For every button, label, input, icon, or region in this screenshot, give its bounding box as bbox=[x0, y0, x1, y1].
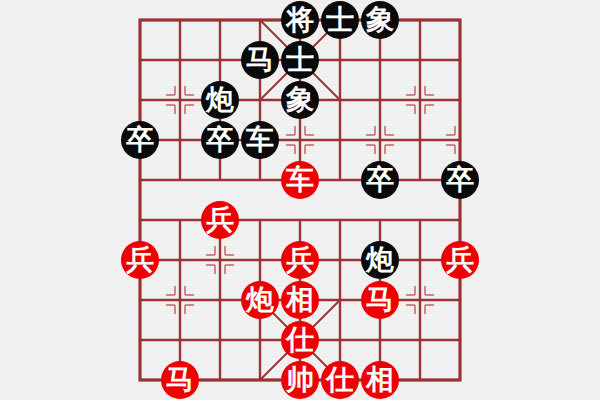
board-point[interactable] bbox=[320, 320, 360, 360]
piece-black-cannon[interactable]: 炮 bbox=[361, 241, 399, 279]
piece-red-soldier[interactable]: 兵 bbox=[121, 241, 159, 279]
board-point[interactable]: 炮 bbox=[200, 80, 240, 120]
board-point[interactable] bbox=[400, 80, 440, 120]
board-point[interactable]: 士 bbox=[320, 0, 360, 40]
piece-black-horse[interactable]: 马 bbox=[241, 41, 279, 79]
board-point[interactable] bbox=[200, 360, 240, 400]
board-point[interactable] bbox=[120, 80, 160, 120]
board-point[interactable] bbox=[400, 360, 440, 400]
board-point[interactable]: 马 bbox=[360, 280, 400, 320]
board-point[interactable]: 仕 bbox=[320, 360, 360, 400]
board-point[interactable] bbox=[200, 240, 240, 280]
board-point[interactable] bbox=[320, 80, 360, 120]
board-point[interactable] bbox=[320, 280, 360, 320]
board-point[interactable] bbox=[160, 0, 200, 40]
board-point[interactable] bbox=[400, 320, 440, 360]
board-point[interactable] bbox=[400, 240, 440, 280]
board-point[interactable] bbox=[400, 160, 440, 200]
board-point[interactable]: 卒 bbox=[360, 160, 400, 200]
board-point[interactable] bbox=[440, 360, 480, 400]
board-point[interactable]: 兵 bbox=[200, 200, 240, 240]
piece-red-horse[interactable]: 马 bbox=[161, 361, 199, 399]
board-point[interactable] bbox=[320, 120, 360, 160]
board-point[interactable] bbox=[400, 280, 440, 320]
xiangqi-screenshot: 将士象马士炮象卒卒车车卒卒兵兵兵炮兵炮相马仕马帅仕相 bbox=[0, 0, 600, 400]
board-point[interactable] bbox=[360, 40, 400, 80]
board-point[interactable]: 相 bbox=[360, 360, 400, 400]
board-point[interactable] bbox=[120, 280, 160, 320]
board-point[interactable] bbox=[200, 320, 240, 360]
board-point[interactable] bbox=[160, 80, 200, 120]
board-point[interactable]: 象 bbox=[360, 0, 400, 40]
board-point[interactable] bbox=[120, 0, 160, 40]
board-point[interactable] bbox=[440, 40, 480, 80]
board-point[interactable] bbox=[440, 120, 480, 160]
piece-red-general[interactable]: 帅 bbox=[281, 361, 319, 399]
board-point[interactable]: 车 bbox=[240, 120, 280, 160]
board-point[interactable] bbox=[200, 160, 240, 200]
board-point[interactable] bbox=[160, 120, 200, 160]
board-point[interactable]: 兵 bbox=[280, 240, 320, 280]
board-point[interactable] bbox=[440, 0, 480, 40]
piece-red-horse[interactable]: 马 bbox=[361, 281, 399, 319]
piece-red-advisor[interactable]: 仕 bbox=[281, 321, 319, 359]
piece-black-elephant[interactable]: 象 bbox=[361, 1, 399, 39]
board-point[interactable] bbox=[440, 320, 480, 360]
board-point[interactable]: 象 bbox=[280, 80, 320, 120]
board-point[interactable] bbox=[360, 200, 400, 240]
board-point[interactable] bbox=[240, 80, 280, 120]
board-point[interactable] bbox=[440, 80, 480, 120]
board-point[interactable] bbox=[280, 200, 320, 240]
board-point[interactable]: 炮 bbox=[360, 240, 400, 280]
board-point[interactable]: 马 bbox=[160, 360, 200, 400]
board-point[interactable] bbox=[400, 120, 440, 160]
piece-black-soldier[interactable]: 卒 bbox=[201, 121, 239, 159]
board-point[interactable]: 炮 bbox=[240, 280, 280, 320]
board-point[interactable] bbox=[160, 200, 200, 240]
board-point[interactable] bbox=[280, 120, 320, 160]
board-point[interactable]: 车 bbox=[280, 160, 320, 200]
board-point[interactable]: 卒 bbox=[440, 160, 480, 200]
board-point[interactable]: 兵 bbox=[120, 240, 160, 280]
board-point[interactable] bbox=[200, 280, 240, 320]
board-point[interactable] bbox=[200, 0, 240, 40]
board-point[interactable]: 兵 bbox=[440, 240, 480, 280]
board-point[interactable] bbox=[400, 40, 440, 80]
board-point[interactable]: 士 bbox=[280, 40, 320, 80]
board-point[interactable]: 卒 bbox=[200, 120, 240, 160]
board-point[interactable]: 帅 bbox=[280, 360, 320, 400]
board-point[interactable]: 卒 bbox=[120, 120, 160, 160]
board-point[interactable] bbox=[240, 200, 280, 240]
board-point[interactable]: 马 bbox=[240, 40, 280, 80]
piece-red-elephant[interactable]: 相 bbox=[361, 361, 399, 399]
board-point[interactable] bbox=[240, 320, 280, 360]
board-point[interactable] bbox=[120, 160, 160, 200]
piece-black-advisor[interactable]: 士 bbox=[281, 41, 319, 79]
piece-black-general[interactable]: 将 bbox=[281, 1, 319, 39]
board-point[interactable] bbox=[320, 40, 360, 80]
board-point[interactable] bbox=[240, 0, 280, 40]
board-point[interactable]: 相 bbox=[280, 280, 320, 320]
piece-red-soldier[interactable]: 兵 bbox=[201, 201, 239, 239]
piece-red-soldier[interactable]: 兵 bbox=[441, 241, 479, 279]
piece-black-elephant[interactable]: 象 bbox=[281, 81, 319, 119]
board-point[interactable] bbox=[160, 280, 200, 320]
board-point[interactable] bbox=[320, 160, 360, 200]
board-point[interactable] bbox=[360, 80, 400, 120]
board-point[interactable] bbox=[320, 240, 360, 280]
board-point[interactable] bbox=[320, 200, 360, 240]
board-point[interactable] bbox=[360, 120, 400, 160]
board-point[interactable] bbox=[400, 200, 440, 240]
board-point[interactable] bbox=[120, 360, 160, 400]
piece-red-elephant[interactable]: 相 bbox=[281, 281, 319, 319]
board-point[interactable] bbox=[240, 360, 280, 400]
xiangqi-board[interactable]: 将士象马士炮象卒卒车车卒卒兵兵兵炮兵炮相马仕马帅仕相 bbox=[120, 0, 480, 400]
board-point[interactable] bbox=[160, 320, 200, 360]
piece-black-cannon[interactable]: 炮 bbox=[201, 81, 239, 119]
piece-black-chariot[interactable]: 车 bbox=[241, 121, 279, 159]
piece-black-soldier[interactable]: 卒 bbox=[441, 161, 479, 199]
board-point[interactable] bbox=[240, 240, 280, 280]
board-point[interactable] bbox=[120, 320, 160, 360]
board-point[interactable] bbox=[200, 40, 240, 80]
piece-red-chariot[interactable]: 车 bbox=[281, 161, 319, 199]
board-point[interactable]: 仕 bbox=[280, 320, 320, 360]
piece-red-soldier[interactable]: 兵 bbox=[281, 241, 319, 279]
piece-black-soldier[interactable]: 卒 bbox=[121, 121, 159, 159]
board-point[interactable]: 将 bbox=[280, 0, 320, 40]
board-point[interactable] bbox=[160, 240, 200, 280]
board-point[interactable] bbox=[440, 280, 480, 320]
board-point[interactable] bbox=[120, 40, 160, 80]
board-point[interactable] bbox=[440, 200, 480, 240]
board-point[interactable] bbox=[160, 40, 200, 80]
piece-red-cannon[interactable]: 炮 bbox=[241, 281, 279, 319]
board-point[interactable] bbox=[160, 160, 200, 200]
board-point[interactable] bbox=[240, 160, 280, 200]
board-point[interactable] bbox=[360, 320, 400, 360]
piece-red-advisor[interactable]: 仕 bbox=[321, 361, 359, 399]
piece-black-advisor[interactable]: 士 bbox=[321, 1, 359, 39]
board-point[interactable] bbox=[120, 200, 160, 240]
board-point[interactable] bbox=[400, 0, 440, 40]
piece-black-soldier[interactable]: 卒 bbox=[361, 161, 399, 199]
